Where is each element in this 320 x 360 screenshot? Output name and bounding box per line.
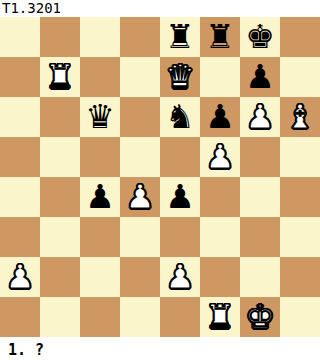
square-b6[interactable] — [40, 97, 80, 137]
square-b1[interactable] — [40, 297, 80, 337]
black-king[interactable]: ♚ — [245, 17, 275, 57]
square-g4[interactable] — [240, 177, 280, 217]
move-prompt-label: 1. ? — [0, 339, 44, 359]
square-c6[interactable]: ♛ — [80, 97, 120, 137]
square-e5[interactable] — [160, 137, 200, 177]
white-pawn[interactable]: ♟ — [205, 137, 235, 177]
square-e1[interactable] — [160, 297, 200, 337]
square-f7[interactable] — [200, 57, 240, 97]
square-d1[interactable] — [120, 297, 160, 337]
square-d2[interactable] — [120, 257, 160, 297]
square-g6[interactable]: ♟ — [240, 97, 280, 137]
square-e7[interactable]: ♛ — [160, 57, 200, 97]
black-pawn[interactable]: ♟ — [165, 177, 195, 217]
square-a5[interactable] — [0, 137, 40, 177]
square-d4[interactable]: ♟ — [120, 177, 160, 217]
square-a4[interactable] — [0, 177, 40, 217]
black-rook[interactable]: ♜ — [165, 17, 195, 57]
square-f5[interactable]: ♟ — [200, 137, 240, 177]
square-h5[interactable] — [280, 137, 320, 177]
black-pawn[interactable]: ♟ — [245, 57, 275, 97]
square-h6[interactable]: ♝ — [280, 97, 320, 137]
black-knight[interactable]: ♞ — [165, 97, 195, 137]
square-d7[interactable] — [120, 57, 160, 97]
square-g8[interactable]: ♚ — [240, 17, 280, 57]
square-c2[interactable] — [80, 257, 120, 297]
white-queen[interactable]: ♛ — [165, 57, 195, 97]
square-c7[interactable] — [80, 57, 120, 97]
square-d8[interactable] — [120, 17, 160, 57]
black-pawn[interactable]: ♟ — [205, 97, 235, 137]
square-c5[interactable] — [80, 137, 120, 177]
black-queen[interactable]: ♛ — [85, 97, 115, 137]
header-bar: T1.3201 — [0, 0, 320, 17]
square-f2[interactable] — [200, 257, 240, 297]
square-b4[interactable] — [40, 177, 80, 217]
square-e3[interactable] — [160, 217, 200, 257]
square-a2[interactable]: ♟ — [0, 257, 40, 297]
square-g7[interactable]: ♟ — [240, 57, 280, 97]
footer-bar: 1. ? — [0, 337, 320, 360]
square-b3[interactable] — [40, 217, 80, 257]
chess-board: ♜♜♚♜♛♟♛♞♟♟♝♟♟♟♟♟♟♜♚ — [0, 17, 320, 337]
square-g3[interactable] — [240, 217, 280, 257]
square-f8[interactable]: ♜ — [200, 17, 240, 57]
square-b2[interactable] — [40, 257, 80, 297]
square-f4[interactable] — [200, 177, 240, 217]
square-c3[interactable] — [80, 217, 120, 257]
white-king[interactable]: ♚ — [245, 297, 275, 337]
square-e8[interactable]: ♜ — [160, 17, 200, 57]
white-pawn[interactable]: ♟ — [125, 177, 155, 217]
square-g2[interactable] — [240, 257, 280, 297]
square-f3[interactable] — [200, 217, 240, 257]
square-g1[interactable]: ♚ — [240, 297, 280, 337]
white-pawn[interactable]: ♟ — [245, 97, 275, 137]
square-h7[interactable] — [280, 57, 320, 97]
square-a3[interactable] — [0, 217, 40, 257]
square-f1[interactable]: ♜ — [200, 297, 240, 337]
square-a7[interactable] — [0, 57, 40, 97]
square-b8[interactable] — [40, 17, 80, 57]
square-b5[interactable] — [40, 137, 80, 177]
black-rook[interactable]: ♜ — [205, 17, 235, 57]
square-c8[interactable] — [80, 17, 120, 57]
square-a8[interactable] — [0, 17, 40, 57]
square-g5[interactable] — [240, 137, 280, 177]
square-d3[interactable] — [120, 217, 160, 257]
square-d5[interactable] — [120, 137, 160, 177]
square-b7[interactable]: ♜ — [40, 57, 80, 97]
square-e6[interactable]: ♞ — [160, 97, 200, 137]
square-f6[interactable]: ♟ — [200, 97, 240, 137]
square-e4[interactable]: ♟ — [160, 177, 200, 217]
square-h8[interactable] — [280, 17, 320, 57]
square-h1[interactable] — [280, 297, 320, 337]
black-pawn[interactable]: ♟ — [85, 177, 115, 217]
white-pawn[interactable]: ♟ — [5, 257, 35, 297]
puzzle-id-label: T1.3201 — [0, 0, 61, 16]
square-h3[interactable] — [280, 217, 320, 257]
white-rook[interactable]: ♜ — [45, 57, 75, 97]
square-h2[interactable] — [280, 257, 320, 297]
square-a1[interactable] — [0, 297, 40, 337]
square-a6[interactable] — [0, 97, 40, 137]
white-bishop[interactable]: ♝ — [285, 97, 315, 137]
white-rook[interactable]: ♜ — [205, 297, 235, 337]
square-h4[interactable] — [280, 177, 320, 217]
white-pawn[interactable]: ♟ — [165, 257, 195, 297]
square-e2[interactable]: ♟ — [160, 257, 200, 297]
square-d6[interactable] — [120, 97, 160, 137]
square-c1[interactable] — [80, 297, 120, 337]
square-c4[interactable]: ♟ — [80, 177, 120, 217]
